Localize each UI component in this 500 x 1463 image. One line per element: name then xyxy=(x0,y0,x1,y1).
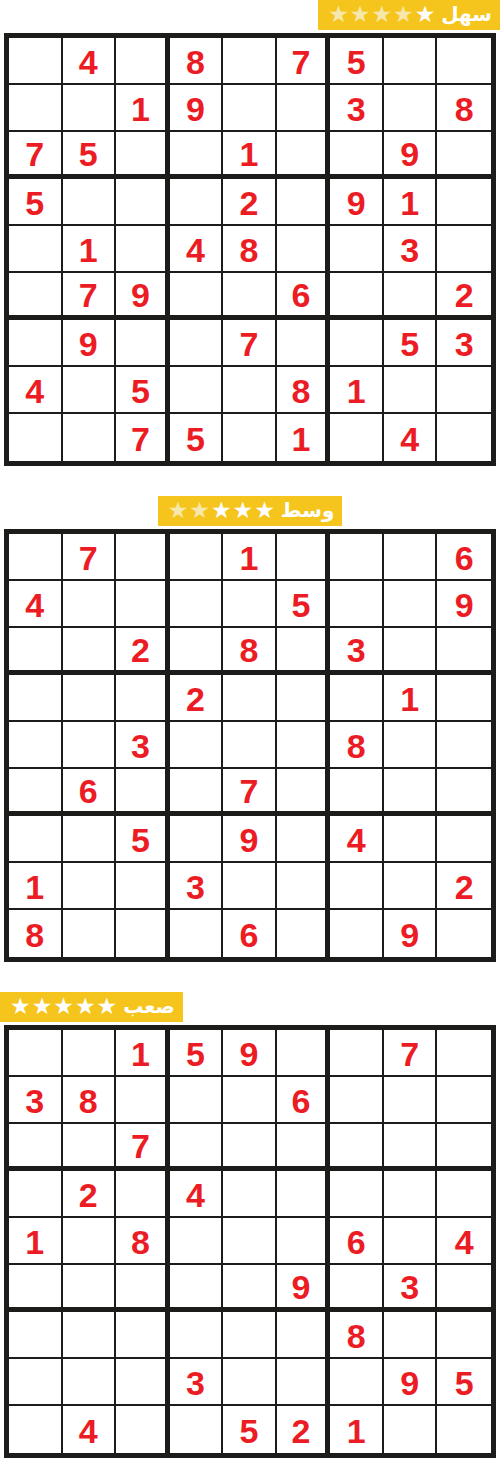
sudoku-cell[interactable] xyxy=(223,581,277,628)
sudoku-cell[interactable]: 1 xyxy=(223,534,277,581)
sudoku-cell[interactable] xyxy=(170,581,224,628)
sudoku-cell[interactable] xyxy=(63,1359,117,1406)
sudoku-cell[interactable]: 7 xyxy=(223,769,277,816)
sudoku-cell[interactable] xyxy=(437,910,491,957)
sudoku-cell[interactable]: 3 xyxy=(116,722,170,769)
given-digit: 5 xyxy=(25,186,44,220)
sudoku-cell[interactable]: 7 xyxy=(63,273,117,320)
sudoku-cell[interactable] xyxy=(9,226,63,273)
sudoku-cell[interactable]: 4 xyxy=(9,581,63,628)
sudoku-cell[interactable] xyxy=(9,85,63,132)
sudoku-cell[interactable] xyxy=(277,628,331,675)
sudoku-cell[interactable] xyxy=(9,1124,63,1171)
given-digit: 1 xyxy=(292,422,311,456)
sudoku-cell[interactable] xyxy=(384,628,438,675)
given-digit: 9 xyxy=(240,823,259,857)
given-digit: 8 xyxy=(455,92,474,126)
sudoku-cell[interactable]: 4 xyxy=(9,367,63,414)
given-digit: 1 xyxy=(400,682,419,716)
sudoku-cell[interactable] xyxy=(277,226,331,273)
sudoku-cell[interactable] xyxy=(437,179,491,226)
sudoku-cell[interactable] xyxy=(277,1218,331,1265)
sudoku-cell[interactable] xyxy=(9,816,63,863)
sudoku-cell[interactable] xyxy=(116,1312,170,1359)
sudoku-cell[interactable]: 1 xyxy=(330,1406,384,1453)
sudoku-cell[interactable] xyxy=(63,179,117,226)
sudoku-cell[interactable] xyxy=(330,769,384,816)
sudoku-cell[interactable] xyxy=(9,1265,63,1312)
sudoku-cell[interactable]: 3 xyxy=(384,1265,438,1312)
sudoku-cell[interactable] xyxy=(277,534,331,581)
sudoku-cell[interactable] xyxy=(63,816,117,863)
sudoku-cell[interactable] xyxy=(330,1265,384,1312)
sudoku-cell[interactable] xyxy=(330,581,384,628)
sudoku-cell[interactable]: 5 xyxy=(116,367,170,414)
given-digit: 6 xyxy=(292,1084,311,1118)
sudoku-cell[interactable]: 2 xyxy=(437,863,491,910)
sudoku-cell[interactable]: 3 xyxy=(437,320,491,367)
sudoku-cell[interactable] xyxy=(63,675,117,722)
given-digit: 1 xyxy=(131,1037,150,1071)
sudoku-cell[interactable] xyxy=(63,1218,117,1265)
sudoku-cell[interactable] xyxy=(223,1312,277,1359)
given-digit: 4 xyxy=(186,1178,205,1212)
sudoku-cell[interactable]: 5 xyxy=(170,1030,224,1077)
sudoku-cell[interactable]: 8 xyxy=(223,226,277,273)
sudoku-cell[interactable] xyxy=(277,132,331,179)
sudoku-cell[interactable]: 9 xyxy=(384,1359,438,1406)
sudoku-cell[interactable]: 2 xyxy=(277,1406,331,1453)
sudoku-cell[interactable] xyxy=(384,581,438,628)
sudoku-cell[interactable] xyxy=(330,132,384,179)
sudoku-cell[interactable] xyxy=(330,910,384,957)
sudoku-cell[interactable] xyxy=(9,1406,63,1453)
sudoku-cell[interactable] xyxy=(384,816,438,863)
sudoku-cell[interactable] xyxy=(437,1124,491,1171)
difficulty-stars: ★★★★★ xyxy=(168,500,275,523)
sudoku-cell[interactable] xyxy=(170,1124,224,1171)
sudoku-cell[interactable] xyxy=(437,628,491,675)
sudoku-cell[interactable]: 9 xyxy=(437,581,491,628)
given-digit: 7 xyxy=(240,774,259,808)
sudoku-cell[interactable]: 5 xyxy=(437,1359,491,1406)
sudoku-cell[interactable]: 3 xyxy=(330,85,384,132)
given-digit: 2 xyxy=(455,870,474,904)
sudoku-cell[interactable] xyxy=(384,722,438,769)
sudoku-cell[interactable]: 3 xyxy=(330,628,384,675)
sudoku-cell[interactable] xyxy=(116,179,170,226)
sudoku-cell[interactable]: 5 xyxy=(170,414,224,461)
given-digit: 3 xyxy=(347,633,366,667)
sudoku-cell[interactable]: 8 xyxy=(223,628,277,675)
sudoku-cell[interactable] xyxy=(437,769,491,816)
sudoku-cell[interactable] xyxy=(116,1265,170,1312)
given-digit: 5 xyxy=(292,588,311,622)
sudoku-cell[interactable] xyxy=(277,179,331,226)
sudoku-cell[interactable] xyxy=(9,675,63,722)
sudoku-cell[interactable] xyxy=(437,1171,491,1218)
sudoku-cell[interactable] xyxy=(330,534,384,581)
sudoku-cell[interactable]: 4 xyxy=(330,816,384,863)
sudoku-cell[interactable] xyxy=(63,863,117,910)
sudoku-cell[interactable]: 5 xyxy=(277,581,331,628)
given-digit: 8 xyxy=(240,633,259,667)
sudoku-cell[interactable] xyxy=(9,1312,63,1359)
sudoku-cell[interactable] xyxy=(223,414,277,461)
star-filled-icon: ★ xyxy=(10,995,31,1018)
sudoku-cell[interactable] xyxy=(63,367,117,414)
sudoku-cell[interactable] xyxy=(170,1218,224,1265)
given-digit: 4 xyxy=(79,1414,98,1448)
star-empty-icon: ★ xyxy=(393,3,414,26)
sudoku-cell[interactable] xyxy=(437,1077,491,1124)
sudoku-cell[interactable]: 8 xyxy=(170,38,224,85)
sudoku-cell[interactable] xyxy=(277,1171,331,1218)
sudoku-cell[interactable] xyxy=(437,722,491,769)
sudoku-cell[interactable]: 5 xyxy=(223,1406,277,1453)
sudoku-cell[interactable] xyxy=(170,816,224,863)
sudoku-cell[interactable] xyxy=(9,628,63,675)
sudoku-cell[interactable] xyxy=(277,1359,331,1406)
sudoku-cell[interactable] xyxy=(277,320,331,367)
sudoku-cell[interactable] xyxy=(9,273,63,320)
sudoku-cell[interactable] xyxy=(223,1218,277,1265)
sudoku-cell[interactable] xyxy=(277,863,331,910)
sudoku-cell[interactable]: 8 xyxy=(330,1312,384,1359)
given-digit: 1 xyxy=(240,541,259,575)
sudoku-cell[interactable] xyxy=(277,722,331,769)
sudoku-cell[interactable] xyxy=(170,320,224,367)
sudoku-cell[interactable] xyxy=(116,1359,170,1406)
sudoku-cell[interactable] xyxy=(116,1171,170,1218)
sudoku-cell[interactable] xyxy=(116,675,170,722)
sudoku-cell[interactable] xyxy=(330,320,384,367)
sudoku-cell[interactable] xyxy=(170,367,224,414)
star-filled-icon: ★ xyxy=(254,499,275,522)
sudoku-cell[interactable]: 5 xyxy=(63,132,117,179)
sudoku-cell[interactable]: 7 xyxy=(116,414,170,461)
sudoku-cell[interactable]: 5 xyxy=(116,816,170,863)
sudoku-cell[interactable] xyxy=(9,38,63,85)
sudoku-cell[interactable]: 9 xyxy=(223,816,277,863)
sudoku-cell[interactable]: 6 xyxy=(437,534,491,581)
sudoku-cell[interactable] xyxy=(9,1171,63,1218)
sudoku-cell[interactable] xyxy=(223,38,277,85)
sudoku-cell[interactable] xyxy=(9,722,63,769)
sudoku-cell[interactable]: 8 xyxy=(330,722,384,769)
sudoku-cell[interactable]: 4 xyxy=(63,1406,117,1453)
sudoku-cell[interactable] xyxy=(223,863,277,910)
given-digit: 1 xyxy=(347,374,366,408)
sudoku-cell[interactable] xyxy=(223,1077,277,1124)
sudoku-cell[interactable]: 1 xyxy=(116,85,170,132)
sudoku-cell[interactable]: 2 xyxy=(437,273,491,320)
sudoku-cell[interactable]: 8 xyxy=(9,910,63,957)
sudoku-cell[interactable] xyxy=(9,1030,63,1077)
sudoku-cell[interactable] xyxy=(330,1171,384,1218)
sudoku-cell[interactable] xyxy=(170,179,224,226)
sudoku-cell[interactable] xyxy=(437,675,491,722)
sudoku-grid-medium: 716459283213867594132869 xyxy=(4,529,496,962)
difficulty-banner-easy: ★★★★★ سهل xyxy=(318,0,500,30)
sudoku-cell[interactable]: 3 xyxy=(384,226,438,273)
sudoku-cell[interactable]: 7 xyxy=(384,1030,438,1077)
banner-row-hard: ★★★★★ صعب xyxy=(0,992,500,1022)
sudoku-cell[interactable]: 4 xyxy=(63,38,117,85)
sudoku-cell[interactable] xyxy=(9,1359,63,1406)
sudoku-cell[interactable] xyxy=(437,226,491,273)
sudoku-cell[interactable] xyxy=(384,1218,438,1265)
given-digit: 2 xyxy=(79,1178,98,1212)
sudoku-cell[interactable] xyxy=(384,1312,438,1359)
sudoku-cell[interactable] xyxy=(330,414,384,461)
sudoku-cell[interactable] xyxy=(63,628,117,675)
given-digit: 6 xyxy=(347,1225,366,1259)
sudoku-cell[interactable]: 9 xyxy=(330,179,384,226)
star-empty-icon: ★ xyxy=(350,3,371,26)
given-digit: 5 xyxy=(131,823,150,857)
sudoku-cell[interactable] xyxy=(330,226,384,273)
difficulty-label: وسط xyxy=(281,500,335,522)
sudoku-cell[interactable]: 4 xyxy=(170,226,224,273)
sudoku-cell[interactable]: 7 xyxy=(9,132,63,179)
sudoku-cell[interactable] xyxy=(277,910,331,957)
sudoku-cell[interactable]: 5 xyxy=(9,179,63,226)
sudoku-cell[interactable]: 1 xyxy=(384,675,438,722)
sudoku-cell[interactable]: 6 xyxy=(63,769,117,816)
given-digit: 7 xyxy=(131,422,150,456)
sudoku-cell[interactable] xyxy=(223,1359,277,1406)
sudoku-cell[interactable] xyxy=(170,534,224,581)
sudoku-cell[interactable] xyxy=(330,1124,384,1171)
sudoku-cell[interactable]: 9 xyxy=(384,132,438,179)
sudoku-cell[interactable]: 9 xyxy=(277,1265,331,1312)
sudoku-cell[interactable] xyxy=(116,132,170,179)
difficulty-stars: ★★★★★ xyxy=(328,4,435,27)
given-digit: 1 xyxy=(347,1414,366,1448)
sudoku-cell[interactable] xyxy=(437,1030,491,1077)
sudoku-cell[interactable] xyxy=(9,320,63,367)
sudoku-cell[interactable] xyxy=(9,769,63,816)
sudoku-cell[interactable] xyxy=(116,581,170,628)
sudoku-cell[interactable] xyxy=(223,273,277,320)
given-digit: 9 xyxy=(292,1270,311,1304)
sudoku-cell[interactable] xyxy=(277,1030,331,1077)
sudoku-cell[interactable] xyxy=(277,816,331,863)
sudoku-cell[interactable] xyxy=(437,1312,491,1359)
sudoku-cell[interactable] xyxy=(223,722,277,769)
sudoku-cell[interactable] xyxy=(116,1077,170,1124)
sudoku-cell[interactable] xyxy=(330,1077,384,1124)
sudoku-cell[interactable] xyxy=(116,320,170,367)
sudoku-cell[interactable] xyxy=(116,38,170,85)
sudoku-cell[interactable] xyxy=(384,367,438,414)
given-digit: 5 xyxy=(186,422,205,456)
star-filled-icon: ★ xyxy=(211,499,232,522)
sudoku-cell[interactable]: 7 xyxy=(63,534,117,581)
sudoku-cell[interactable]: 1 xyxy=(9,863,63,910)
sudoku-cell[interactable] xyxy=(223,1265,277,1312)
sudoku-cell[interactable] xyxy=(437,132,491,179)
sudoku-cell[interactable] xyxy=(9,534,63,581)
sudoku-cell[interactable] xyxy=(63,910,117,957)
sudoku-cell[interactable] xyxy=(116,769,170,816)
sudoku-cell[interactable] xyxy=(63,1312,117,1359)
sudoku-cell[interactable]: 7 xyxy=(277,38,331,85)
sudoku-cell[interactable]: 8 xyxy=(63,1077,117,1124)
sudoku-cell[interactable]: 9 xyxy=(384,910,438,957)
sudoku-cell[interactable]: 6 xyxy=(330,1218,384,1265)
sudoku-cell[interactable]: 1 xyxy=(63,226,117,273)
sudoku-cell[interactable] xyxy=(223,367,277,414)
sudoku-cell[interactable]: 5 xyxy=(330,38,384,85)
puzzle-section-easy: ★★★★★ سهل 487519387519529114837962975345… xyxy=(0,0,500,466)
sudoku-cell[interactable] xyxy=(437,414,491,461)
sudoku-cell[interactable]: 6 xyxy=(277,273,331,320)
sudoku-cell[interactable]: 1 xyxy=(9,1218,63,1265)
sudoku-cell[interactable]: 1 xyxy=(384,179,438,226)
sudoku-cell[interactable] xyxy=(170,273,224,320)
sudoku-cell[interactable] xyxy=(170,628,224,675)
given-digit: 3 xyxy=(186,870,205,904)
sudoku-cell[interactable]: 1 xyxy=(277,414,331,461)
star-empty-icon: ★ xyxy=(189,499,210,522)
star-filled-icon: ★ xyxy=(415,3,436,26)
given-digit: 9 xyxy=(400,1366,419,1400)
sudoku-cell[interactable]: 4 xyxy=(437,1218,491,1265)
sudoku-cell[interactable] xyxy=(63,414,117,461)
given-digit: 1 xyxy=(25,870,44,904)
sudoku-cell[interactable]: 5 xyxy=(384,320,438,367)
sudoku-cell[interactable] xyxy=(437,1265,491,1312)
star-filled-icon: ★ xyxy=(233,499,254,522)
sudoku-cell[interactable]: 8 xyxy=(116,1218,170,1265)
sudoku-cell[interactable] xyxy=(384,38,438,85)
star-empty-icon: ★ xyxy=(371,3,392,26)
sudoku-cell[interactable] xyxy=(9,414,63,461)
sudoku-cell[interactable] xyxy=(330,863,384,910)
sudoku-cell[interactable] xyxy=(437,1406,491,1453)
sudoku-cell[interactable] xyxy=(437,38,491,85)
difficulty-stars: ★★★★★ xyxy=(10,996,117,1019)
sudoku-cell[interactable] xyxy=(223,1124,277,1171)
sudoku-cell[interactable] xyxy=(384,273,438,320)
sudoku-cell[interactable] xyxy=(330,273,384,320)
given-digit: 3 xyxy=(186,1366,205,1400)
sudoku-cell[interactable] xyxy=(437,367,491,414)
sudoku-cell[interactable]: 6 xyxy=(277,1077,331,1124)
sudoku-cell[interactable]: 3 xyxy=(9,1077,63,1124)
sudoku-cell[interactable] xyxy=(277,85,331,132)
sudoku-cell[interactable]: 3 xyxy=(170,863,224,910)
sudoku-cell[interactable] xyxy=(170,769,224,816)
sudoku-cell[interactable]: 6 xyxy=(223,910,277,957)
sudoku-cell[interactable] xyxy=(384,863,438,910)
sudoku-cell[interactable]: 2 xyxy=(223,179,277,226)
sudoku-cell[interactable]: 2 xyxy=(170,675,224,722)
sudoku-cell[interactable]: 9 xyxy=(223,1030,277,1077)
sudoku-cell[interactable] xyxy=(63,1265,117,1312)
sudoku-cell[interactable] xyxy=(170,1406,224,1453)
sudoku-cell[interactable]: 4 xyxy=(384,414,438,461)
sudoku-cell[interactable] xyxy=(384,1171,438,1218)
sudoku-cell[interactable] xyxy=(170,910,224,957)
sudoku-cell[interactable] xyxy=(116,910,170,957)
given-digit: 3 xyxy=(455,327,474,361)
sudoku-cell[interactable] xyxy=(63,1030,117,1077)
sudoku-cell[interactable]: 3 xyxy=(170,1359,224,1406)
given-digit: 8 xyxy=(25,918,44,952)
sudoku-cell[interactable]: 8 xyxy=(277,367,331,414)
sudoku-cell[interactable]: 9 xyxy=(170,85,224,132)
given-digit: 9 xyxy=(347,186,366,220)
given-digit: 5 xyxy=(347,45,366,79)
sudoku-cell[interactable] xyxy=(277,769,331,816)
sudoku-cell[interactable] xyxy=(63,1124,117,1171)
given-digit: 4 xyxy=(25,588,44,622)
sudoku-cell[interactable] xyxy=(437,816,491,863)
sudoku-cell[interactable] xyxy=(170,722,224,769)
sudoku-cell[interactable]: 9 xyxy=(116,273,170,320)
sudoku-cell[interactable] xyxy=(170,1077,224,1124)
sudoku-cell[interactable]: 7 xyxy=(223,320,277,367)
sudoku-cell[interactable] xyxy=(223,85,277,132)
sudoku-cell[interactable]: 2 xyxy=(116,628,170,675)
sudoku-cell[interactable]: 2 xyxy=(63,1171,117,1218)
sudoku-cell[interactable] xyxy=(170,132,224,179)
sudoku-cell[interactable] xyxy=(330,675,384,722)
sudoku-cell[interactable] xyxy=(330,1030,384,1077)
sudoku-cell[interactable] xyxy=(116,863,170,910)
sudoku-cell[interactable] xyxy=(277,1124,331,1171)
sudoku-cell[interactable] xyxy=(384,1406,438,1453)
sudoku-cell[interactable] xyxy=(384,1077,438,1124)
given-digit: 8 xyxy=(347,1319,366,1353)
banner-row-easy: ★★★★★ سهل xyxy=(0,0,500,30)
sudoku-cell[interactable] xyxy=(63,722,117,769)
sudoku-cell[interactable]: 1 xyxy=(330,367,384,414)
sudoku-cell[interactable]: 7 xyxy=(116,1124,170,1171)
sudoku-cell[interactable] xyxy=(384,769,438,816)
sudoku-cell[interactable] xyxy=(63,85,117,132)
sudoku-cell[interactable]: 1 xyxy=(116,1030,170,1077)
sudoku-cell[interactable] xyxy=(170,1265,224,1312)
sudoku-cell[interactable] xyxy=(116,534,170,581)
sudoku-cell[interactable] xyxy=(277,675,331,722)
given-digit: 6 xyxy=(455,541,474,575)
sudoku-cell[interactable] xyxy=(63,581,117,628)
given-digit: 9 xyxy=(131,278,150,312)
sudoku-cell[interactable] xyxy=(277,1312,331,1359)
sudoku-cell[interactable] xyxy=(116,1406,170,1453)
sudoku-cell[interactable]: 1 xyxy=(223,132,277,179)
sudoku-cell[interactable] xyxy=(384,1124,438,1171)
sudoku-cell[interactable] xyxy=(384,85,438,132)
sudoku-cell[interactable] xyxy=(116,226,170,273)
sudoku-cell[interactable]: 9 xyxy=(63,320,117,367)
given-digit: 2 xyxy=(455,278,474,312)
given-digit: 3 xyxy=(25,1084,44,1118)
difficulty-label: سهل xyxy=(441,4,492,26)
sudoku-cell[interactable] xyxy=(223,675,277,722)
sudoku-cell[interactable] xyxy=(170,1312,224,1359)
sudoku-cell[interactable] xyxy=(223,1171,277,1218)
sudoku-cell[interactable]: 4 xyxy=(170,1171,224,1218)
sudoku-cell[interactable] xyxy=(384,534,438,581)
sudoku-cell[interactable] xyxy=(330,1359,384,1406)
sudoku-cell[interactable]: 8 xyxy=(437,85,491,132)
given-digit: 5 xyxy=(131,374,150,408)
